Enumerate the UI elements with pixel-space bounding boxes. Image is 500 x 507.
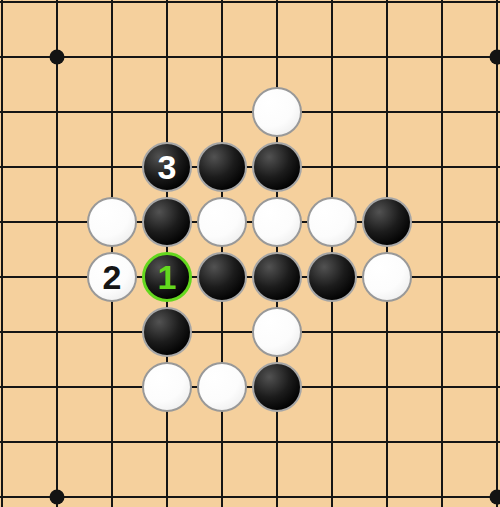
stone-white: 2: [87, 252, 137, 302]
stone-white: [87, 197, 137, 247]
stone-black: [197, 252, 247, 302]
grid-line-vertical: [1, 0, 3, 507]
grid-line-vertical: [496, 0, 498, 507]
grid-line-horizontal: [0, 386, 500, 388]
stone-black: [307, 252, 357, 302]
grid-line-horizontal: [0, 111, 500, 113]
grid-line-horizontal: [0, 441, 500, 443]
stone-black: [362, 197, 412, 247]
grid-line-horizontal: [0, 56, 500, 58]
move-number-label: 1: [158, 260, 177, 294]
move-number-label: 3: [158, 150, 177, 184]
stone-black: [252, 252, 302, 302]
star-point: [490, 50, 500, 65]
grid-line-horizontal: [0, 331, 500, 333]
star-point: [50, 50, 65, 65]
stone-white: [307, 197, 357, 247]
stone-black-last-move: 1: [142, 252, 192, 302]
stone-white: [362, 252, 412, 302]
stone-black: [142, 307, 192, 357]
move-number-label: 2: [103, 260, 122, 294]
stone-white: [252, 197, 302, 247]
stone-white: [252, 307, 302, 357]
star-point: [490, 490, 500, 505]
grid-line-horizontal: [0, 166, 500, 168]
stone-white: [197, 362, 247, 412]
stone-black: 3: [142, 142, 192, 192]
grid-line-horizontal: [0, 221, 500, 223]
stone-white: [197, 197, 247, 247]
stone-white: [142, 362, 192, 412]
stone-black: [252, 142, 302, 192]
stone-black: [142, 197, 192, 247]
grid-line-vertical: [56, 0, 58, 507]
grid-line-vertical: [441, 0, 443, 507]
grid-line-horizontal: [0, 276, 500, 278]
stone-white: [252, 87, 302, 137]
stone-black: [197, 142, 247, 192]
star-point: [50, 490, 65, 505]
stone-black: [252, 362, 302, 412]
go-board[interactable]: 321: [0, 0, 500, 507]
grid-line-horizontal: [0, 1, 500, 3]
grid-line-horizontal: [0, 496, 500, 498]
